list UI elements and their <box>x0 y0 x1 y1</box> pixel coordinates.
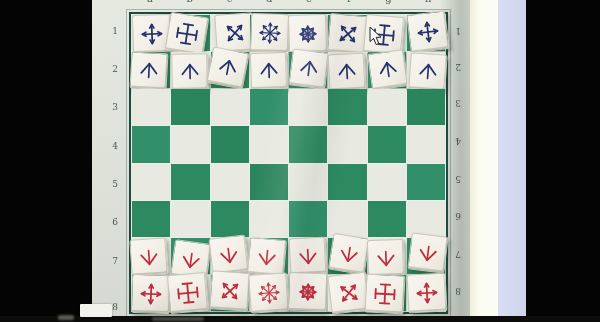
piece-blue-pawn-a2[interactable] <box>130 52 169 91</box>
queen-arrow-icon <box>255 18 285 48</box>
square-b7[interactable] <box>171 238 209 274</box>
square-b2[interactable] <box>171 52 209 88</box>
square-h2[interactable] <box>407 52 445 88</box>
rook-arrow-icon <box>412 16 444 48</box>
square-e4[interactable] <box>289 126 327 162</box>
square-e3[interactable] <box>289 89 327 125</box>
rank-label-right-7: 7 <box>451 249 465 259</box>
square-e2[interactable] <box>289 52 327 88</box>
pawn-arrow-icon <box>371 243 401 273</box>
square-a2[interactable] <box>132 52 170 88</box>
pawn-arrow-icon <box>412 237 444 269</box>
knight-arrow-icon <box>171 17 204 50</box>
square-f1[interactable] <box>328 15 366 51</box>
pawn-arrow-icon <box>134 241 165 272</box>
square-f4[interactable] <box>328 126 366 162</box>
piece-blue-pawn-c2[interactable] <box>206 46 249 89</box>
rank-label-left-7: 7 <box>108 256 122 266</box>
square-b3[interactable] <box>171 89 209 125</box>
piece-red-pawn-e7[interactable] <box>289 236 328 275</box>
pawn-arrow-icon <box>293 241 323 271</box>
bishop-arrow-icon <box>219 18 250 49</box>
table-white-strip <box>470 0 498 322</box>
board-grid <box>132 15 445 311</box>
square-d6[interactable] <box>250 201 288 237</box>
square-c3[interactable] <box>211 89 249 125</box>
piece-red-knight-b8[interactable] <box>167 272 209 314</box>
pawn-arrow-icon <box>134 56 164 86</box>
pawn-arrow-icon <box>251 241 282 272</box>
square-d5[interactable] <box>250 164 288 200</box>
bishop-arrow-icon <box>333 277 365 309</box>
square-h7[interactable] <box>407 238 445 274</box>
rook-arrow-icon <box>136 279 166 309</box>
square-g6[interactable] <box>368 201 406 237</box>
blurred-watermark <box>58 315 74 320</box>
square-c6[interactable] <box>211 201 249 237</box>
square-f5[interactable] <box>328 164 366 200</box>
square-d7[interactable] <box>250 238 288 274</box>
square-g8[interactable] <box>368 275 406 311</box>
square-a3[interactable] <box>132 89 170 125</box>
pawn-arrow-icon <box>371 54 404 87</box>
rank-label-right-3: 3 <box>451 98 465 108</box>
bishop-arrow-icon <box>214 275 245 306</box>
rank-label-right-4: 4 <box>451 136 465 146</box>
square-a6[interactable] <box>132 201 170 237</box>
square-g4[interactable] <box>368 126 406 162</box>
square-d1[interactable] <box>250 15 288 51</box>
square-a4[interactable] <box>132 126 170 162</box>
square-h6[interactable] <box>407 201 445 237</box>
pawn-arrow-icon <box>333 237 366 270</box>
pawn-arrow-icon <box>254 56 284 86</box>
square-g5[interactable] <box>368 164 406 200</box>
square-d3[interactable] <box>250 89 288 125</box>
square-d2[interactable] <box>250 52 288 88</box>
square-h3[interactable] <box>407 89 445 125</box>
king-arrow-icon <box>293 19 323 49</box>
rank-label-right-6: 6 <box>451 211 465 221</box>
square-e1[interactable] <box>289 15 327 51</box>
piece-red-pawn-d7[interactable] <box>247 237 287 277</box>
square-b1[interactable] <box>171 15 209 51</box>
rank-label-right-2: 2 <box>451 62 465 72</box>
square-c2[interactable] <box>211 52 249 88</box>
piece-red-knight-g8[interactable] <box>364 273 405 314</box>
piece-blue-pawn-b2[interactable] <box>172 53 210 91</box>
pawn-arrow-icon <box>176 57 206 87</box>
square-c7[interactable] <box>211 238 249 274</box>
player-ui-box <box>80 304 112 317</box>
square-f7[interactable] <box>328 238 366 274</box>
square-e5[interactable] <box>289 164 327 200</box>
pawn-arrow-icon <box>412 57 443 88</box>
square-a7[interactable] <box>132 238 170 274</box>
rank-label-left-2: 2 <box>108 64 122 74</box>
piece-red-pawn-h7[interactable] <box>407 232 448 273</box>
rook-arrow-icon <box>137 19 167 49</box>
square-c8[interactable] <box>211 275 249 311</box>
square-h8[interactable] <box>407 275 445 311</box>
square-e6[interactable] <box>289 201 327 237</box>
piece-red-rook-a8[interactable] <box>131 274 171 314</box>
square-h5[interactable] <box>407 164 445 200</box>
square-g2[interactable] <box>368 52 406 88</box>
square-b6[interactable] <box>171 201 209 237</box>
table-lavender-strip <box>498 0 526 322</box>
square-b8[interactable] <box>171 275 209 311</box>
rank-label-left-6: 6 <box>108 217 122 227</box>
king-arrow-icon <box>293 277 323 307</box>
knight-arrow-icon <box>369 279 399 309</box>
piece-blue-pawn-d2[interactable] <box>250 52 288 90</box>
square-b5[interactable] <box>171 164 209 200</box>
square-h4[interactable] <box>407 126 445 162</box>
piece-red-queen-d8[interactable] <box>248 272 290 314</box>
piece-red-pawn-a7[interactable] <box>129 237 168 276</box>
square-a8[interactable] <box>132 275 170 311</box>
piece-blue-pawn-g2[interactable] <box>367 49 409 91</box>
file-label-top-g: g <box>383 0 395 4</box>
square-a5[interactable] <box>132 164 170 200</box>
rank-label-right-1: 1 <box>451 26 465 36</box>
file-label-top-h: h <box>422 0 434 4</box>
video-frame: 1234567812345678abcdefgh <box>0 0 600 322</box>
square-g7[interactable] <box>368 238 406 274</box>
file-label-top-d: d <box>263 0 275 4</box>
chess-board <box>129 12 448 314</box>
square-e8[interactable] <box>289 275 327 311</box>
piece-red-rook-h8[interactable] <box>406 272 447 313</box>
square-c1[interactable] <box>211 15 249 51</box>
square-f2[interactable] <box>328 52 366 88</box>
square-f3[interactable] <box>328 89 366 125</box>
piece-blue-pawn-f2[interactable] <box>328 53 367 92</box>
rook-arrow-icon <box>412 278 442 308</box>
pawn-arrow-icon <box>211 51 245 85</box>
piece-red-pawn-c7[interactable] <box>208 234 249 275</box>
blurred-timestamp <box>152 317 204 321</box>
rank-label-right-8: 8 <box>451 286 465 296</box>
piece-blue-knight-b1[interactable] <box>165 12 210 57</box>
rank-label-left-5: 5 <box>108 179 122 189</box>
square-d4[interactable] <box>250 126 288 162</box>
square-h1[interactable] <box>407 15 445 51</box>
piece-blue-pawn-e2[interactable] <box>289 49 330 90</box>
piece-red-king-e8[interactable] <box>288 272 328 312</box>
piece-red-bishop-c8[interactable] <box>209 270 251 312</box>
piece-blue-pawn-h2[interactable] <box>408 52 447 91</box>
file-label-top-e: e <box>303 0 315 4</box>
rank-label-left-1: 1 <box>108 26 122 36</box>
square-f6[interactable] <box>328 201 366 237</box>
piece-red-pawn-f7[interactable] <box>328 233 370 275</box>
piece-blue-rook-h1[interactable] <box>406 10 449 53</box>
square-d8[interactable] <box>250 275 288 311</box>
piece-blue-queen-d1[interactable] <box>250 13 290 53</box>
bishop-arrow-icon <box>333 18 364 49</box>
pawn-arrow-icon <box>332 57 362 87</box>
file-label-top-f: f <box>343 0 355 4</box>
queen-arrow-icon <box>253 277 284 308</box>
rank-label-left-4: 4 <box>108 141 122 151</box>
file-label-top-a: a <box>144 0 156 4</box>
rank-label-right-5: 5 <box>451 174 465 184</box>
rank-label-left-3: 3 <box>108 102 122 112</box>
square-e7[interactable] <box>289 238 327 274</box>
square-g3[interactable] <box>368 89 406 125</box>
square-b4[interactable] <box>171 126 209 162</box>
mouse-cursor-icon <box>369 27 383 47</box>
piece-red-pawn-g7[interactable] <box>366 239 404 277</box>
file-label-top-c: c <box>224 0 236 4</box>
square-c5[interactable] <box>211 164 249 200</box>
file-label-top-b: b <box>184 0 196 4</box>
pawn-arrow-icon <box>293 53 325 85</box>
square-c4[interactable] <box>211 126 249 162</box>
square-f8[interactable] <box>328 275 366 311</box>
pawn-arrow-icon <box>212 239 244 271</box>
knight-arrow-icon <box>173 277 204 308</box>
